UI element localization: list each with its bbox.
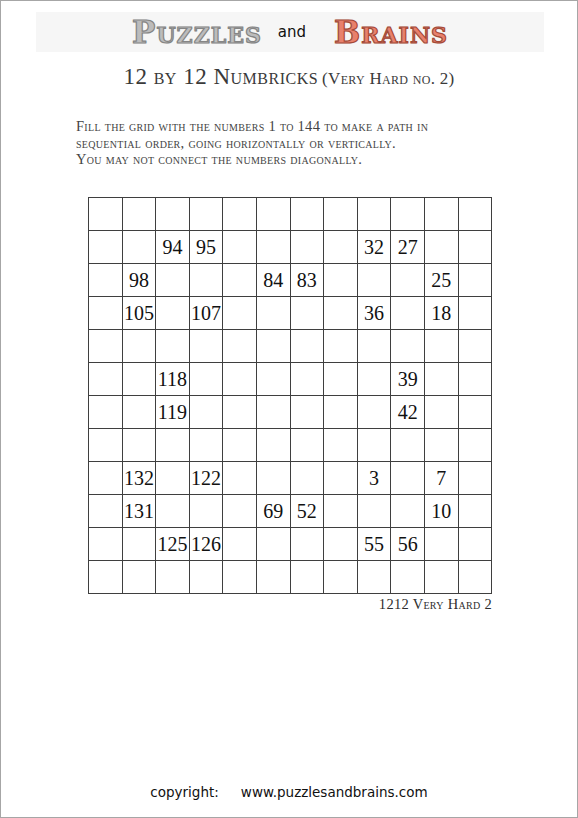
grid-cell-given: 98 <box>123 264 157 297</box>
grid-cell-empty[interactable] <box>358 429 392 462</box>
worksheet-page: Puzzles and Brains 12 by 12 Numbricks (V… <box>0 0 578 818</box>
grid-cell-empty[interactable] <box>459 297 493 330</box>
grid-cell-empty[interactable] <box>391 495 425 528</box>
grid-cell-empty[interactable] <box>324 495 358 528</box>
grid-cell-empty[interactable] <box>459 561 493 594</box>
grid-cell-given: 32 <box>358 231 392 264</box>
grid-cell-empty[interactable] <box>358 495 392 528</box>
grid-cell-empty[interactable] <box>223 528 257 561</box>
logo-banner: Puzzles and Brains <box>36 12 544 52</box>
grid-cell-empty[interactable] <box>425 231 459 264</box>
grid-cell-empty[interactable] <box>358 363 392 396</box>
grid-cell-empty[interactable] <box>459 396 493 429</box>
grid-cell-empty[interactable] <box>89 528 123 561</box>
logo-word-puzzles: Puzzles <box>132 17 262 48</box>
grid-cell-empty[interactable] <box>391 264 425 297</box>
grid-cell-given: 39 <box>391 363 425 396</box>
grid-cell-empty[interactable] <box>223 495 257 528</box>
grid-cell-empty[interactable] <box>324 297 358 330</box>
grid-cell-empty[interactable] <box>459 198 493 231</box>
grid-cell-empty[interactable] <box>459 231 493 264</box>
grid-cell-empty[interactable] <box>324 363 358 396</box>
grid-cell-empty[interactable] <box>291 198 325 231</box>
grid-cell-empty[interactable] <box>123 561 157 594</box>
grid-cell-empty[interactable] <box>89 231 123 264</box>
grid-cell-empty[interactable] <box>89 297 123 330</box>
grid-cell-given: 18 <box>425 297 459 330</box>
grid-cell-given: 119 <box>156 396 190 429</box>
grid-cell-empty[interactable] <box>324 330 358 363</box>
site-url: www.puzzlesandbrains.com <box>241 784 428 800</box>
footer: copyright:www.puzzlesandbrains.com <box>1 784 577 800</box>
grid-cell-given: 25 <box>425 264 459 297</box>
logo-word-brains: Brains <box>334 17 448 48</box>
grid-cell-empty[interactable] <box>324 396 358 429</box>
instruction-line-1: Fill the grid with the numbers 1 to 144 … <box>76 118 537 135</box>
grid-cell-empty[interactable] <box>123 396 157 429</box>
grid-cell-empty[interactable] <box>291 429 325 462</box>
grid-cell-empty[interactable] <box>156 264 190 297</box>
grid-cell-empty[interactable] <box>89 330 123 363</box>
grid-cell-empty[interactable] <box>425 363 459 396</box>
grid-cell-empty[interactable] <box>156 495 190 528</box>
grid-cell-given: 36 <box>358 297 392 330</box>
grid-cell-empty[interactable] <box>123 528 157 561</box>
grid-cell-empty[interactable] <box>156 462 190 495</box>
grid-cell-empty[interactable] <box>324 528 358 561</box>
grid-cell-empty[interactable] <box>324 198 358 231</box>
grid-cell-empty[interactable] <box>257 363 291 396</box>
grid-cell-empty[interactable] <box>459 363 493 396</box>
grid-cell-empty[interactable] <box>190 429 224 462</box>
grid-cell-empty[interactable] <box>190 561 224 594</box>
grid-cell-given: 84 <box>257 264 291 297</box>
grid-cell-empty[interactable] <box>358 561 392 594</box>
grid-cell-empty[interactable] <box>391 429 425 462</box>
grid-cell-empty[interactable] <box>190 198 224 231</box>
grid-cell-empty[interactable] <box>190 396 224 429</box>
grid-cell-empty[interactable] <box>190 330 224 363</box>
grid-cell-empty[interactable] <box>291 231 325 264</box>
grid-cell-empty[interactable] <box>425 561 459 594</box>
puzzle-caption: 1212 Very Hard 2 <box>88 596 492 613</box>
grid-cell-given: 94 <box>156 231 190 264</box>
grid-cell-empty[interactable] <box>123 330 157 363</box>
grid-cell-empty[interactable] <box>223 264 257 297</box>
page-title: 12 by 12 Numbricks (Very Hard no. 2) <box>1 64 577 90</box>
grid-cell-empty[interactable] <box>391 297 425 330</box>
grid-cell-empty[interactable] <box>123 429 157 462</box>
grid-cell-empty[interactable] <box>324 231 358 264</box>
grid-cell-empty[interactable] <box>358 396 392 429</box>
grid-cell-given: 10 <box>425 495 459 528</box>
grid-cell-empty[interactable] <box>156 330 190 363</box>
grid-cell-empty[interactable] <box>190 264 224 297</box>
grid-cell-empty[interactable] <box>291 363 325 396</box>
grid-cell-empty[interactable] <box>156 297 190 330</box>
grid-cell-empty[interactable] <box>425 330 459 363</box>
grid-cell-empty[interactable] <box>123 198 157 231</box>
grid-cell-empty[interactable] <box>89 561 123 594</box>
grid-cell-given: 27 <box>391 231 425 264</box>
grid-cell-empty[interactable] <box>324 429 358 462</box>
grid-cell-empty[interactable] <box>391 330 425 363</box>
grid-cell-given: 131 <box>123 495 157 528</box>
grid-cell-empty[interactable] <box>89 429 123 462</box>
grid-cell-empty[interactable] <box>291 396 325 429</box>
grid-cell-empty[interactable] <box>324 561 358 594</box>
grid-cell-empty[interactable] <box>391 561 425 594</box>
grid-cell-empty[interactable] <box>89 363 123 396</box>
grid-cell-empty[interactable] <box>459 495 493 528</box>
grid-cell-given: 126 <box>190 528 224 561</box>
grid-cell-empty[interactable] <box>324 264 358 297</box>
grid-cell-empty[interactable] <box>425 528 459 561</box>
grid-cell-empty[interactable] <box>291 462 325 495</box>
grid-cell-empty[interactable] <box>291 330 325 363</box>
grid-cell-empty[interactable] <box>223 363 257 396</box>
copyright-label: copyright: <box>150 784 219 800</box>
grid-cell-empty[interactable] <box>89 396 123 429</box>
grid-cell-given: 107 <box>190 297 224 330</box>
grid-cell-empty[interactable] <box>324 462 358 495</box>
page-title-main: 12 by 12 Numbricks <box>123 64 318 89</box>
grid-cell-empty[interactable] <box>190 363 224 396</box>
grid-cell-empty[interactable] <box>223 198 257 231</box>
grid-cell-given: 105 <box>123 297 157 330</box>
grid-cell-empty[interactable] <box>257 429 291 462</box>
grid-cell-empty[interactable] <box>459 429 493 462</box>
grid-cell-empty[interactable] <box>156 429 190 462</box>
grid-cell-empty[interactable] <box>190 495 224 528</box>
grid-cell-given: 52 <box>291 495 325 528</box>
grid-cell-given: 125 <box>156 528 190 561</box>
grid-cell-empty[interactable] <box>257 330 291 363</box>
grid-cell-empty[interactable] <box>358 330 392 363</box>
grid-cell-empty[interactable] <box>223 231 257 264</box>
grid-cell-empty[interactable] <box>425 198 459 231</box>
grid-cell-empty[interactable] <box>89 495 123 528</box>
grid-cell-empty[interactable] <box>257 396 291 429</box>
grid-cell-given: 56 <box>391 528 425 561</box>
grid-cell-empty[interactable] <box>223 297 257 330</box>
grid-cell-empty[interactable] <box>291 297 325 330</box>
numbricks-grid: 9495322798848325105107361811839119421321… <box>88 197 492 594</box>
grid-cell-empty[interactable] <box>291 528 325 561</box>
grid-cell-empty[interactable] <box>223 429 257 462</box>
grid-cell-given: 3 <box>358 462 392 495</box>
grid-cell-given: 55 <box>358 528 392 561</box>
grid-cell-empty[interactable] <box>459 528 493 561</box>
grid-cell-given: 42 <box>391 396 425 429</box>
grid-cell-empty[interactable] <box>391 198 425 231</box>
grid-cell-given: 69 <box>257 495 291 528</box>
grid-cell-given: 132 <box>123 462 157 495</box>
instruction-line-2: sequential order, going horizontally or … <box>76 135 537 152</box>
logo-word-and: and <box>278 23 306 41</box>
grid-cell-empty[interactable] <box>257 462 291 495</box>
grid-cell-empty[interactable] <box>156 561 190 594</box>
grid-cell-empty[interactable] <box>223 462 257 495</box>
grid-cell-empty[interactable] <box>89 264 123 297</box>
grid-cell-empty[interactable] <box>291 561 325 594</box>
grid-cell-empty[interactable] <box>257 198 291 231</box>
grid-cell-empty[interactable] <box>391 462 425 495</box>
grid-cell-given: 95 <box>190 231 224 264</box>
grid-cell-empty[interactable] <box>89 198 123 231</box>
grid-cell-empty[interactable] <box>459 330 493 363</box>
grid-cell-empty[interactable] <box>257 528 291 561</box>
grid-cell-empty[interactable] <box>459 264 493 297</box>
grid-cell-empty[interactable] <box>156 198 190 231</box>
grid-cell-empty[interactable] <box>459 462 493 495</box>
grid-cell-empty[interactable] <box>257 297 291 330</box>
grid-cell-empty[interactable] <box>223 561 257 594</box>
grid-cell-empty[interactable] <box>358 264 392 297</box>
instructions: Fill the grid with the numbers 1 to 144 … <box>76 118 537 168</box>
instruction-line-3: You may not connect the numbers diagonal… <box>76 151 537 168</box>
grid-cell-empty[interactable] <box>257 561 291 594</box>
grid-cell-given: 83 <box>291 264 325 297</box>
grid-cell-empty[interactable] <box>223 330 257 363</box>
grid-cell-empty[interactable] <box>425 396 459 429</box>
grid-cell-empty[interactable] <box>123 363 157 396</box>
grid-cell-empty[interactable] <box>123 231 157 264</box>
grid-cell-given: 122 <box>190 462 224 495</box>
grid-cell-empty[interactable] <box>358 198 392 231</box>
grid-cell-given: 7 <box>425 462 459 495</box>
page-title-sub: (Very Hard no. 2) <box>322 69 454 88</box>
grid-cell-empty[interactable] <box>425 429 459 462</box>
grid-cell-empty[interactable] <box>89 462 123 495</box>
grid-cell-empty[interactable] <box>257 231 291 264</box>
grid-cell-empty[interactable] <box>223 396 257 429</box>
grid-cell-given: 118 <box>156 363 190 396</box>
